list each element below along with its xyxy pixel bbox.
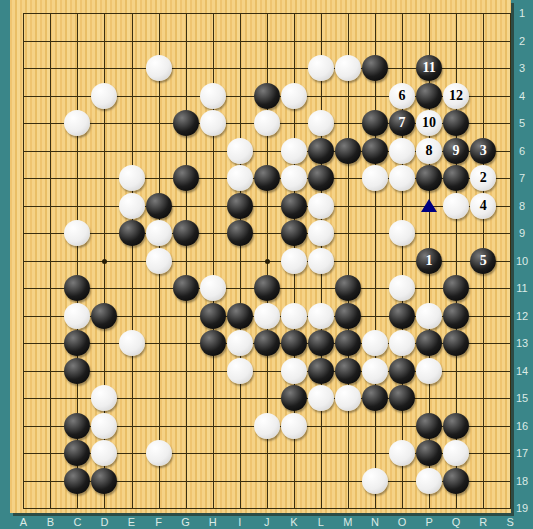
row-label-7: 7	[512, 172, 532, 184]
row-label-5: 5	[512, 117, 532, 129]
row-label-2: 2	[512, 35, 532, 47]
white-stone-L8[interactable]	[308, 193, 334, 219]
white-stone-N7[interactable]	[362, 165, 388, 191]
white-stone-C12[interactable]	[64, 303, 90, 329]
black-stone-Q5[interactable]	[443, 110, 469, 136]
white-stone-F3[interactable]	[146, 55, 172, 81]
grid-line-horizontal	[23, 13, 511, 14]
white-stone-R8[interactable]: 4	[470, 193, 496, 219]
black-stone-J4[interactable]	[254, 83, 280, 109]
black-stone-H13[interactable]	[200, 330, 226, 356]
white-stone-J12[interactable]	[254, 303, 280, 329]
white-stone-I14[interactable]	[227, 358, 253, 384]
white-stone-K14[interactable]	[281, 358, 307, 384]
white-stone-P12[interactable]	[416, 303, 442, 329]
white-stone-L3[interactable]	[308, 55, 334, 81]
white-stone-O13[interactable]	[389, 330, 415, 356]
white-stone-I7[interactable]	[227, 165, 253, 191]
column-label-J: J	[260, 516, 274, 528]
white-stone-J5[interactable]	[254, 110, 280, 136]
column-label-K: K	[287, 516, 301, 528]
white-stone-P18[interactable]	[416, 468, 442, 494]
white-stone-O9[interactable]	[389, 220, 415, 246]
white-stone-L5[interactable]	[308, 110, 334, 136]
black-stone-O15[interactable]	[389, 385, 415, 411]
black-stone-G11[interactable]	[173, 275, 199, 301]
row-label-11: 11	[512, 282, 532, 294]
white-stone-Q8[interactable]	[443, 193, 469, 219]
white-stone-K7[interactable]	[281, 165, 307, 191]
black-stone-C11[interactable]	[64, 275, 90, 301]
column-label-H: H	[206, 516, 220, 528]
white-stone-L12[interactable]	[308, 303, 334, 329]
column-label-E: E	[125, 516, 139, 528]
black-stone-Q7[interactable]	[443, 165, 469, 191]
white-stone-C5[interactable]	[64, 110, 90, 136]
white-stone-D15[interactable]	[91, 385, 117, 411]
row-label-4: 4	[512, 90, 532, 102]
white-stone-H5[interactable]	[200, 110, 226, 136]
black-stone-L13[interactable]	[308, 330, 334, 356]
column-label-F: F	[152, 516, 166, 528]
black-stone-P16[interactable]	[416, 413, 442, 439]
column-label-O: O	[395, 516, 409, 528]
black-stone-Q12[interactable]	[443, 303, 469, 329]
grid-line-horizontal	[23, 508, 511, 509]
black-stone-G9[interactable]	[173, 220, 199, 246]
black-stone-I12[interactable]	[227, 303, 253, 329]
white-stone-J16[interactable]	[254, 413, 280, 439]
row-label-14: 14	[512, 365, 532, 377]
column-label-D: D	[97, 516, 111, 528]
black-stone-R10[interactable]: 5	[470, 248, 496, 274]
black-stone-L6[interactable]	[308, 138, 334, 164]
black-stone-Q6[interactable]: 9	[443, 138, 469, 164]
white-stone-N18[interactable]	[362, 468, 388, 494]
go-game-screenshot: 116127108932415 ABCDEFGHIJKLMNOPQRS 1234…	[0, 0, 533, 529]
white-stone-Q17[interactable]	[443, 440, 469, 466]
black-stone-P7[interactable]	[416, 165, 442, 191]
white-stone-K6[interactable]	[281, 138, 307, 164]
white-stone-H4[interactable]	[200, 83, 226, 109]
black-stone-K13[interactable]	[281, 330, 307, 356]
column-label-A: A	[16, 516, 30, 528]
black-stone-Q13[interactable]	[443, 330, 469, 356]
black-stone-M6[interactable]	[335, 138, 361, 164]
black-stone-C13[interactable]	[64, 330, 90, 356]
black-stone-K8[interactable]	[281, 193, 307, 219]
black-stone-P4[interactable]	[416, 83, 442, 109]
black-stone-F8[interactable]	[146, 193, 172, 219]
black-stone-M14[interactable]	[335, 358, 361, 384]
row-label-1: 1	[512, 7, 532, 19]
white-stone-C9[interactable]	[64, 220, 90, 246]
white-stone-I13[interactable]	[227, 330, 253, 356]
white-stone-F9[interactable]	[146, 220, 172, 246]
row-label-12: 12	[512, 310, 532, 322]
row-label-15: 15	[512, 392, 532, 404]
black-stone-J7[interactable]	[254, 165, 280, 191]
white-stone-D16[interactable]	[91, 413, 117, 439]
column-label-R: R	[476, 516, 490, 528]
black-stone-K9[interactable]	[281, 220, 307, 246]
star-point	[265, 259, 270, 264]
black-stone-P3[interactable]: 11	[416, 55, 442, 81]
row-label-10: 10	[512, 255, 532, 267]
black-stone-C16[interactable]	[64, 413, 90, 439]
black-stone-C17[interactable]	[64, 440, 90, 466]
black-stone-J11[interactable]	[254, 275, 280, 301]
white-stone-L9[interactable]	[308, 220, 334, 246]
black-stone-R6[interactable]: 3	[470, 138, 496, 164]
black-stone-Q11[interactable]	[443, 275, 469, 301]
column-label-G: G	[179, 516, 193, 528]
white-stone-M15[interactable]	[335, 385, 361, 411]
black-stone-C14[interactable]	[64, 358, 90, 384]
white-stone-R7[interactable]: 2	[470, 165, 496, 191]
column-label-I: I	[233, 516, 247, 528]
row-label-17: 17	[512, 447, 532, 459]
black-stone-C18[interactable]	[64, 468, 90, 494]
row-label-6: 6	[512, 145, 532, 157]
white-stone-O11[interactable]	[389, 275, 415, 301]
row-label-13: 13	[512, 337, 532, 349]
white-stone-N14[interactable]	[362, 358, 388, 384]
white-stone-Q4[interactable]: 12	[443, 83, 469, 109]
white-stone-P14[interactable]	[416, 358, 442, 384]
white-stone-O4[interactable]: 6	[389, 83, 415, 109]
black-stone-J13[interactable]	[254, 330, 280, 356]
white-stone-K10[interactable]	[281, 248, 307, 274]
white-stone-K16[interactable]	[281, 413, 307, 439]
white-stone-L15[interactable]	[308, 385, 334, 411]
grid-line-horizontal	[23, 41, 511, 42]
column-label-Q: Q	[449, 516, 463, 528]
white-stone-F17[interactable]	[146, 440, 172, 466]
row-label-19: 19	[512, 502, 532, 514]
white-stone-K4[interactable]	[281, 83, 307, 109]
star-point	[102, 259, 107, 264]
black-stone-K15[interactable]	[281, 385, 307, 411]
white-stone-O6[interactable]	[389, 138, 415, 164]
black-stone-L14[interactable]	[308, 358, 334, 384]
black-stone-M13[interactable]	[335, 330, 361, 356]
row-label-8: 8	[512, 200, 532, 212]
column-label-B: B	[43, 516, 57, 528]
row-label-16: 16	[512, 420, 532, 432]
white-stone-E13[interactable]	[119, 330, 145, 356]
column-label-P: P	[422, 516, 436, 528]
black-stone-D18[interactable]	[91, 468, 117, 494]
black-stone-N15[interactable]	[362, 385, 388, 411]
white-stone-D17[interactable]	[91, 440, 117, 466]
black-stone-M11[interactable]	[335, 275, 361, 301]
black-stone-P17[interactable]	[416, 440, 442, 466]
white-stone-K12[interactable]	[281, 303, 307, 329]
black-stone-G5[interactable]	[173, 110, 199, 136]
row-label-18: 18	[512, 475, 532, 487]
row-label-3: 3	[512, 62, 532, 74]
column-label-L: L	[314, 516, 328, 528]
black-stone-O12[interactable]	[389, 303, 415, 329]
black-stone-N3[interactable]	[362, 55, 388, 81]
black-stone-G7[interactable]	[173, 165, 199, 191]
white-stone-I6[interactable]	[227, 138, 253, 164]
white-stone-E7[interactable]	[119, 165, 145, 191]
black-stone-P10[interactable]: 1	[416, 248, 442, 274]
black-stone-D12[interactable]	[91, 303, 117, 329]
black-stone-Q18[interactable]	[443, 468, 469, 494]
white-stone-D4[interactable]	[91, 83, 117, 109]
black-stone-L7[interactable]	[308, 165, 334, 191]
black-stone-E9[interactable]	[119, 220, 145, 246]
white-stone-L10[interactable]	[308, 248, 334, 274]
white-stone-P6[interactable]: 8	[416, 138, 442, 164]
black-stone-O14[interactable]	[389, 358, 415, 384]
white-stone-M3[interactable]	[335, 55, 361, 81]
black-stone-O5[interactable]: 7	[389, 110, 415, 136]
row-label-9: 9	[512, 227, 532, 239]
black-stone-H12[interactable]	[200, 303, 226, 329]
black-stone-P13[interactable]	[416, 330, 442, 356]
black-stone-I8[interactable]	[227, 193, 253, 219]
white-stone-E8[interactable]	[119, 193, 145, 219]
white-stone-F10[interactable]	[146, 248, 172, 274]
black-stone-I9[interactable]	[227, 220, 253, 246]
white-stone-N13[interactable]	[362, 330, 388, 356]
white-stone-P5[interactable]: 10	[416, 110, 442, 136]
black-stone-M12[interactable]	[335, 303, 361, 329]
white-stone-H11[interactable]	[200, 275, 226, 301]
column-label-S: S	[503, 516, 517, 528]
column-label-M: M	[341, 516, 355, 528]
triangle-marker-P8	[421, 199, 437, 212]
grid-line-horizontal	[23, 206, 511, 207]
black-stone-N6[interactable]	[362, 138, 388, 164]
black-stone-N5[interactable]	[362, 110, 388, 136]
white-stone-O7[interactable]	[389, 165, 415, 191]
black-stone-Q16[interactable]	[443, 413, 469, 439]
go-board[interactable]: 116127108932415	[10, 0, 511, 513]
white-stone-O17[interactable]	[389, 440, 415, 466]
column-label-C: C	[70, 516, 84, 528]
column-label-N: N	[368, 516, 382, 528]
grid-line-horizontal	[23, 233, 511, 234]
